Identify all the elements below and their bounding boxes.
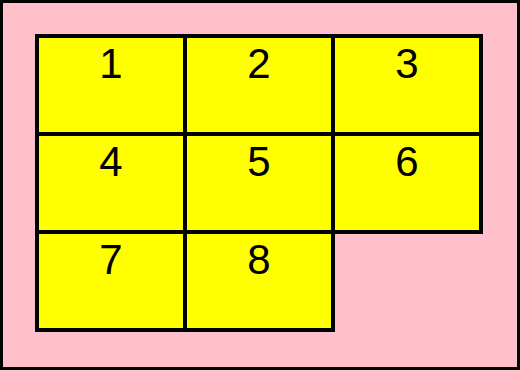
tile-3[interactable]: 3 <box>331 34 483 136</box>
tile-5[interactable]: 5 <box>183 132 335 234</box>
empty-cell <box>331 230 483 332</box>
tile-6[interactable]: 6 <box>331 132 483 234</box>
tile-1[interactable]: 1 <box>35 34 187 136</box>
tile-8[interactable]: 8 <box>183 230 335 332</box>
tile-4[interactable]: 4 <box>35 132 187 234</box>
puzzle-board: 1 2 3 4 5 6 7 8 <box>0 0 520 370</box>
tile-2[interactable]: 2 <box>183 34 335 136</box>
tile-7[interactable]: 7 <box>35 230 187 332</box>
